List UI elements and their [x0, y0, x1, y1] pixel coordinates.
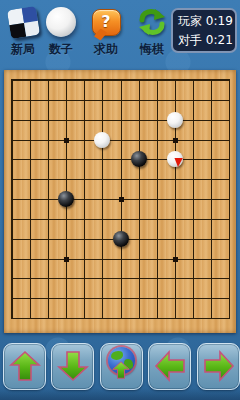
stone-black: [58, 191, 74, 207]
stone-white: [94, 132, 110, 148]
undo-label: 悔棋: [130, 42, 174, 56]
stone-black: [113, 231, 129, 247]
grid-line-v: [139, 80, 140, 318]
down-arrow-icon: [56, 349, 90, 383]
help-button[interactable]: ? 求助: [84, 2, 128, 56]
grid-line-v: [157, 80, 158, 318]
question-glyph: ?: [93, 10, 120, 34]
nav-down-button[interactable]: [51, 343, 94, 390]
help-label: 求助: [84, 42, 128, 56]
grid-line-h: [12, 278, 229, 279]
up-arrow-icon: [8, 349, 42, 383]
globe-icon: [108, 347, 135, 374]
undo-button[interactable]: 悔棋: [130, 2, 174, 56]
opponent-timer: 对手 0:21: [178, 31, 235, 50]
white-stone-icon: [46, 7, 76, 37]
nav-globe-button[interactable]: [100, 343, 143, 390]
opponent-time: 0:21: [206, 33, 233, 47]
grid-line-h: [12, 318, 229, 319]
stone-black: [131, 151, 147, 167]
nav-right-button[interactable]: [197, 343, 240, 390]
undo-arrows-icon: [135, 5, 169, 39]
grid-line-v: [211, 80, 212, 318]
globe-land-icon: [111, 351, 123, 360]
grid-line-h: [12, 298, 229, 299]
question-bubble-icon: ?: [92, 9, 121, 36]
left-arrow-icon: [153, 349, 187, 383]
player-label: 玩家: [178, 14, 202, 28]
star-point: [64, 138, 69, 143]
grid-line-h: [12, 219, 229, 220]
timer-panel: 玩家 0:19 对手 0:21: [171, 8, 237, 53]
nav-up-button[interactable]: [3, 343, 46, 390]
globe-up-arrow-icon: [110, 360, 132, 380]
player-timer: 玩家 0:19: [178, 12, 235, 31]
star-point: [173, 138, 178, 143]
player-time: 0:19: [206, 14, 233, 28]
grid-line-v: [229, 80, 230, 318]
go-board-grid[interactable]: [11, 79, 230, 319]
count-stones-button[interactable]: 数子: [38, 2, 84, 56]
right-arrow-icon: [202, 349, 236, 383]
last-move-marker: [174, 158, 183, 167]
star-point: [119, 197, 124, 202]
star-point: [64, 257, 69, 262]
go-board: [4, 70, 236, 333]
stone-white: [167, 151, 183, 167]
star-point: [173, 257, 178, 262]
grid-line-h: [12, 259, 229, 260]
checkered-board-icon: [6, 5, 39, 38]
count-stones-label: 数子: [38, 42, 84, 56]
nav-left-button[interactable]: [148, 343, 191, 390]
go-app-screen: 新局 数子 ? 求助 悔棋 玩家 0:19 对手 0:21: [0, 0, 240, 400]
opponent-label: 对手: [178, 33, 202, 47]
grid-line-v: [193, 80, 194, 318]
stone-white: [167, 112, 183, 128]
